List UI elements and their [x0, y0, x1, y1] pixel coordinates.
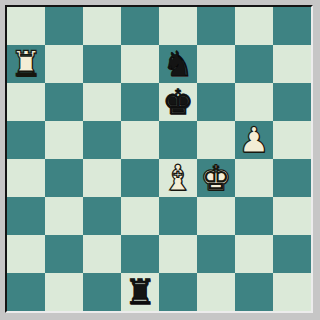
chessboard-window: ♜♞♚♟♝♚♜: [0, 0, 320, 320]
square-g5[interactable]: ♟: [235, 121, 273, 159]
square-h2[interactable]: [273, 235, 311, 273]
square-e2[interactable]: [159, 235, 197, 273]
square-c5[interactable]: [83, 121, 121, 159]
square-d1[interactable]: ♜: [121, 273, 159, 311]
square-a6[interactable]: [7, 83, 45, 121]
piece-black-king[interactable]: ♚: [162, 83, 193, 121]
square-e4[interactable]: ♝: [159, 159, 197, 197]
square-g2[interactable]: [235, 235, 273, 273]
square-b8[interactable]: [45, 7, 83, 45]
square-c8[interactable]: [83, 7, 121, 45]
square-b5[interactable]: [45, 121, 83, 159]
square-b6[interactable]: [45, 83, 83, 121]
square-d4[interactable]: [121, 159, 159, 197]
square-c6[interactable]: [83, 83, 121, 121]
square-a4[interactable]: [7, 159, 45, 197]
square-c7[interactable]: [83, 45, 121, 83]
square-b2[interactable]: [45, 235, 83, 273]
square-f8[interactable]: [197, 7, 235, 45]
square-d8[interactable]: [121, 7, 159, 45]
square-e6[interactable]: ♚: [159, 83, 197, 121]
square-d2[interactable]: [121, 235, 159, 273]
piece-black-rook[interactable]: ♜: [124, 273, 155, 311]
square-h7[interactable]: [273, 45, 311, 83]
square-c2[interactable]: [83, 235, 121, 273]
square-c4[interactable]: [83, 159, 121, 197]
square-b3[interactable]: [45, 197, 83, 235]
square-h8[interactable]: [273, 7, 311, 45]
square-f4[interactable]: ♚: [197, 159, 235, 197]
square-g4[interactable]: [235, 159, 273, 197]
square-h1[interactable]: [273, 273, 311, 311]
square-e8[interactable]: [159, 7, 197, 45]
square-f5[interactable]: [197, 121, 235, 159]
piece-white-pawn[interactable]: ♟: [238, 121, 269, 159]
square-a1[interactable]: [7, 273, 45, 311]
piece-black-knight[interactable]: ♞: [162, 45, 193, 83]
square-a5[interactable]: [7, 121, 45, 159]
square-c3[interactable]: [83, 197, 121, 235]
piece-white-bishop[interactable]: ♝: [162, 159, 193, 197]
piece-white-king[interactable]: ♚: [200, 159, 231, 197]
square-g1[interactable]: [235, 273, 273, 311]
square-b7[interactable]: [45, 45, 83, 83]
square-h3[interactable]: [273, 197, 311, 235]
square-e7[interactable]: ♞: [159, 45, 197, 83]
square-e1[interactable]: [159, 273, 197, 311]
square-e5[interactable]: [159, 121, 197, 159]
square-a2[interactable]: [7, 235, 45, 273]
square-g6[interactable]: [235, 83, 273, 121]
square-f2[interactable]: [197, 235, 235, 273]
square-c1[interactable]: [83, 273, 121, 311]
square-a8[interactable]: [7, 7, 45, 45]
square-g3[interactable]: [235, 197, 273, 235]
square-f3[interactable]: [197, 197, 235, 235]
square-h5[interactable]: [273, 121, 311, 159]
square-e3[interactable]: [159, 197, 197, 235]
square-a7[interactable]: ♜: [7, 45, 45, 83]
square-a3[interactable]: [7, 197, 45, 235]
square-b1[interactable]: [45, 273, 83, 311]
square-d5[interactable]: [121, 121, 159, 159]
square-d3[interactable]: [121, 197, 159, 235]
chessboard: ♜♞♚♟♝♚♜: [5, 5, 313, 313]
square-h6[interactable]: [273, 83, 311, 121]
square-f1[interactable]: [197, 273, 235, 311]
square-h4[interactable]: [273, 159, 311, 197]
square-d6[interactable]: [121, 83, 159, 121]
square-g7[interactable]: [235, 45, 273, 83]
square-b4[interactable]: [45, 159, 83, 197]
square-d7[interactable]: [121, 45, 159, 83]
piece-white-rook[interactable]: ♜: [10, 45, 41, 83]
square-g8[interactable]: [235, 7, 273, 45]
square-f7[interactable]: [197, 45, 235, 83]
square-f6[interactable]: [197, 83, 235, 121]
